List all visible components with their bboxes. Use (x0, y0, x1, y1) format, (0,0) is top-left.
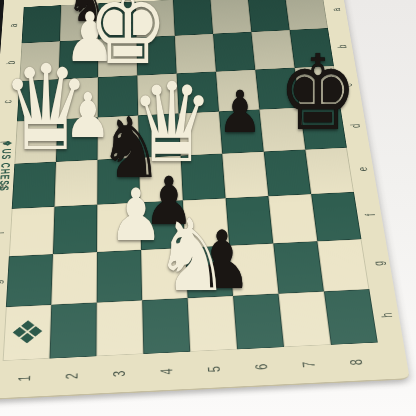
square-h3[interactable] (96, 300, 143, 356)
square-f7[interactable] (268, 194, 317, 243)
corner-crest-square-h1: ❖ (3, 305, 52, 361)
square-f2[interactable] (53, 205, 97, 255)
square-g8[interactable] (317, 239, 369, 291)
rank-label-bottom-1: 1 (0, 359, 49, 399)
square-g1[interactable] (6, 254, 53, 307)
rank-label-bottom-5: 5 (190, 349, 240, 388)
rank-label-bottom-4: 4 (143, 352, 192, 391)
square-g7[interactable] (273, 241, 324, 293)
square-f8[interactable] (311, 192, 361, 241)
square-h2[interactable] (50, 303, 97, 359)
us-chess-crest-icon: ❖ (8, 316, 46, 349)
square-a8[interactable] (285, 0, 328, 30)
square-e8[interactable] (305, 148, 354, 195)
square-a6[interactable] (210, 0, 251, 34)
rank-label-bottom-7: 7 (284, 345, 336, 384)
square-f1[interactable] (9, 207, 55, 257)
square-a1[interactable] (22, 5, 61, 43)
square-e6[interactable] (222, 152, 268, 199)
square-a7[interactable] (248, 0, 290, 32)
square-h7[interactable] (278, 291, 330, 347)
rank-label-bottom-3: 3 (96, 354, 144, 393)
rank-label-bottom-6: 6 (237, 347, 288, 386)
square-g2[interactable] (51, 252, 97, 305)
square-a5[interactable] (173, 0, 213, 36)
piece-white-queen-d1[interactable]: ♛ (0, 49, 96, 167)
square-b6[interactable] (213, 32, 255, 72)
chessboard-photo-scene: aabbccddeeffgghh12345678 ❖ US CHESS FEDE… (0, 0, 416, 416)
square-g3[interactable] (97, 250, 142, 303)
piece-white-knight-g4[interactable]: ♞ (150, 206, 235, 306)
rank-label-bottom-8: 8 (331, 343, 384, 382)
rank-label-bottom-2: 2 (48, 356, 96, 395)
piece-black-king-d7[interactable]: ♚ (274, 41, 362, 145)
square-e7[interactable] (264, 150, 311, 197)
piece-black-pawn-d5[interactable]: ♟ (215, 83, 264, 141)
